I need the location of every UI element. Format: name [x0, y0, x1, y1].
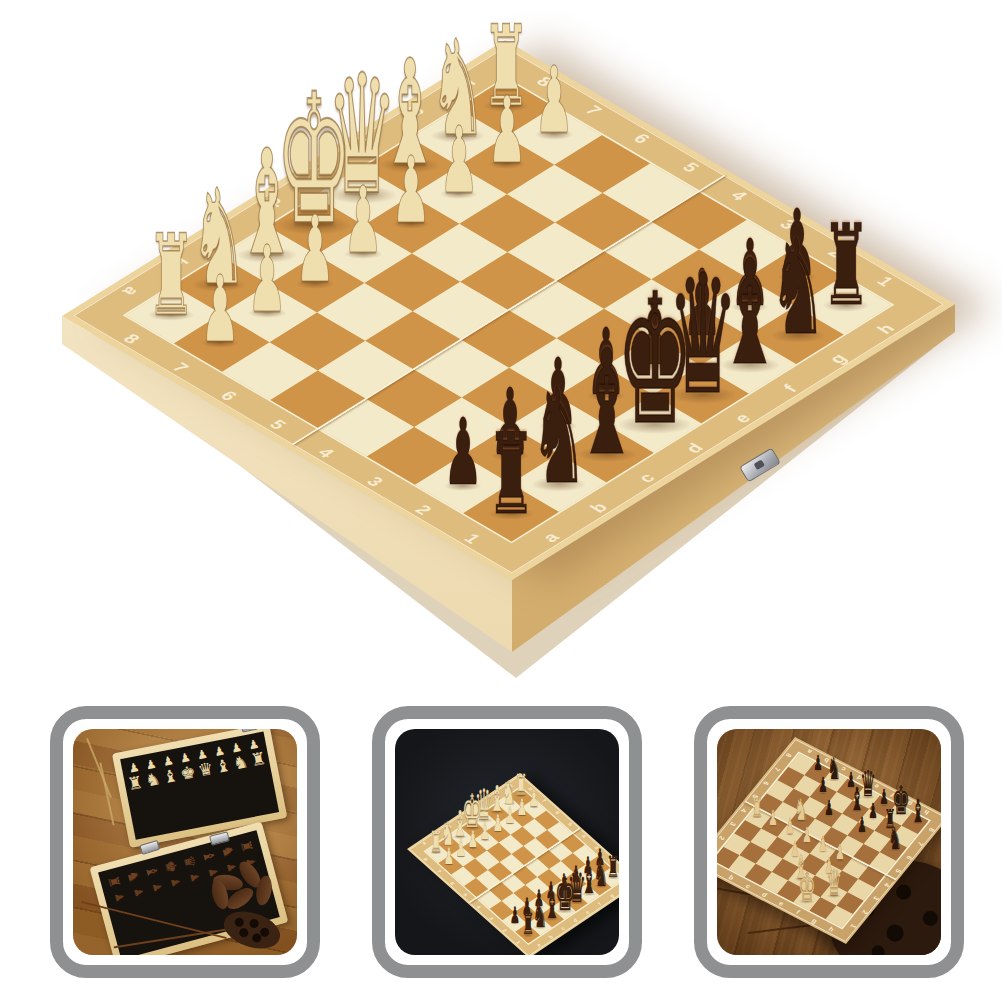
shadow-of-b8 [191, 277, 246, 292]
shadow-of-b8 [441, 843, 455, 847]
stored-piece-knight: ♞︎ [144, 770, 162, 790]
shadow-of-h2 [778, 272, 817, 282]
board-on-table-photo: aabbccddeeffgghh1122334455667788♜︎♞︎♟︎♟︎… [717, 729, 941, 955]
shadow-of-d7 [481, 839, 491, 842]
shadow-of-e1 [568, 900, 586, 905]
shadow-of-g1 [594, 884, 608, 888]
stored-piece-queen: ♛︎ [196, 760, 214, 780]
shadow-of-e2 [635, 361, 674, 371]
thumbnail-board-on-dark[interactable]: aabbccddeeffgghh1122334455667788♜︎♞︎♝︎♚︎… [372, 706, 642, 978]
stored-piece-pawn: ♟︎ [132, 886, 145, 898]
shadow-of-h2 [595, 865, 605, 868]
clasp-slot [754, 460, 765, 471]
shadow-of-c1 [545, 917, 560, 921]
shadow-of-d1 [617, 415, 693, 435]
thumbnail-board-on-table[interactable]: aabbccddeeffgghh1122334455667788♜︎♞︎♟︎♟︎… [694, 706, 964, 978]
stored-piece-knight: ♞︎ [125, 869, 142, 885]
shadow-of-d7 [344, 249, 383, 259]
shadow-of-a7 [444, 864, 454, 867]
shadow-of-g7 [487, 159, 526, 169]
dried-flower [195, 857, 291, 941]
main-chessboard: aabbccddeeffgghh1122334455667788♜︎♞︎♝︎♚︎… [0, 0, 1002, 700]
stored-piece-rook: ♜︎ [239, 838, 256, 854]
shadow-of-c7 [468, 847, 478, 850]
shadow-of-c1 [576, 447, 637, 463]
shadow-of-g7 [884, 826, 895, 829]
shadow-of-f7 [505, 822, 515, 825]
shadow-of-e8 [860, 795, 875, 799]
shadow-of-b7 [456, 855, 466, 858]
main-surface: aabbccddeeffgghh1122334455667788 [62, 40, 955, 580]
shadow-of-g1 [770, 328, 825, 343]
shadow-of-a4 [751, 816, 762, 819]
shadow-of-e7 [392, 219, 431, 229]
shadow-of-b1 [533, 925, 547, 929]
shadow-of-f8 [489, 810, 504, 814]
shadow-of-c2 [539, 421, 578, 431]
shadow-of-d2 [547, 898, 557, 901]
board-on-dark-photo: aabbccddeeffgghh1122334455667788♜︎♞︎♝︎♚︎… [395, 729, 619, 955]
shadow-of-c8 [453, 835, 468, 839]
shadow-of-e7 [493, 831, 503, 834]
stored-piece-bishop: ♝︎ [214, 756, 232, 776]
shadow-of-e2 [794, 877, 807, 881]
shadow-of-b2 [522, 914, 532, 917]
shadow-of-c7 [296, 278, 335, 288]
stored-piece-pawn: ♟︎ [150, 881, 163, 893]
shadow-of-c2 [534, 906, 544, 909]
shadow-of-f2 [571, 881, 581, 884]
shadow-of-f2 [682, 332, 721, 342]
shadow-of-b1 [531, 477, 586, 492]
shadow-of-a7 [200, 338, 239, 348]
shadow-of-g2 [583, 873, 593, 876]
stored-piece-rook: ♜︎ [106, 874, 123, 890]
shadow-of-e2 [559, 890, 569, 893]
shadow-of-f8 [380, 158, 441, 174]
stored-piece-rook: ♜︎ [126, 774, 144, 794]
main-product-photo[interactable]: aabbccddeeffgghh1122334455667788♜︎♞︎♝︎♚︎… [0, 0, 1002, 700]
shadow-of-c8 [236, 247, 297, 263]
shadow-of-e7 [850, 809, 863, 813]
open-box-photo: ♟︎♟︎♟︎♟︎♟︎♟︎♟︎♟︎ ♜︎♞︎♝︎♚︎♛︎♝︎♞︎♜︎ ♜︎♞︎♝︎… [73, 729, 297, 955]
shadow-of-g2 [730, 302, 769, 312]
shadow-of-d2 [587, 391, 626, 401]
shadow-of-b2 [491, 451, 530, 461]
shadow-of-b7 [248, 308, 287, 318]
shadow-of-g8 [502, 802, 516, 806]
shadow-of-f7 [439, 189, 478, 199]
stored-piece-rook: ♜︎ [249, 750, 267, 770]
shadow-of-a2 [510, 922, 520, 925]
shadow-of-d8 [277, 215, 353, 235]
shadow-of-f1 [720, 357, 781, 373]
stored-piece-knight: ♞︎ [232, 753, 250, 773]
shadow-of-g2 [827, 894, 842, 898]
stored-piece-king: ♚︎ [179, 763, 197, 783]
shadow-of-e8 [476, 818, 494, 823]
shadow-of-g7 [517, 814, 527, 817]
stored-piece-bishop: ♝︎ [144, 864, 161, 880]
shadow-of-g8 [430, 128, 485, 143]
shadow-of-f1 [581, 892, 596, 896]
shadow-of-h7 [535, 129, 574, 139]
shadow-of-a2 [443, 481, 482, 491]
stored-piece-bishop: ♝︎ [161, 767, 179, 787]
thumbnail-open-box[interactable]: ♟︎♟︎♟︎♟︎♟︎♟︎♟︎♟︎ ♜︎♞︎♝︎♚︎♛︎♝︎♞︎♜︎ ♜︎♞︎♝︎… [50, 706, 320, 978]
shadow-of-h7 [529, 806, 539, 809]
stored-piece-pawn: ♟︎ [113, 891, 126, 903]
stored-piece-king: ♚︎ [163, 859, 180, 875]
thumb2-surface: aabbccddeeffgghh1122334455667788 [407, 773, 619, 955]
shadow-of-h8 [911, 821, 924, 825]
stored-piece-pawn: ♟︎ [169, 876, 182, 888]
